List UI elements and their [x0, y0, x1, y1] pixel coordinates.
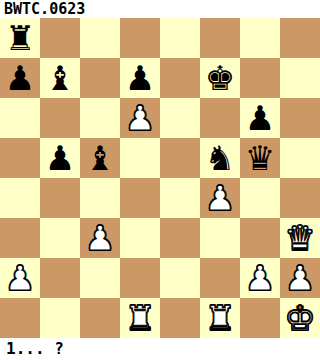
- square-b7[interactable]: ♝: [40, 58, 80, 98]
- square-a1[interactable]: [0, 298, 40, 338]
- piece-white-king: ♚: [285, 298, 315, 338]
- piece-white-pawn: ♟: [5, 258, 35, 298]
- piece-black-bishop: ♝: [85, 138, 115, 178]
- square-e7[interactable]: [160, 58, 200, 98]
- square-d4[interactable]: [120, 178, 160, 218]
- square-a6[interactable]: [0, 98, 40, 138]
- square-g1[interactable]: [240, 298, 280, 338]
- piece-white-pawn: ♟: [85, 218, 115, 258]
- square-d8[interactable]: [120, 18, 160, 58]
- square-f5[interactable]: ♞: [200, 138, 240, 178]
- square-h1[interactable]: ♚: [280, 298, 320, 338]
- square-g4[interactable]: [240, 178, 280, 218]
- square-c4[interactable]: [80, 178, 120, 218]
- square-d6[interactable]: ♟: [120, 98, 160, 138]
- square-g5[interactable]: ♛: [240, 138, 280, 178]
- square-b8[interactable]: [40, 18, 80, 58]
- piece-white-rook: ♜: [205, 298, 235, 338]
- square-f1[interactable]: ♜: [200, 298, 240, 338]
- square-c2[interactable]: [80, 258, 120, 298]
- square-a4[interactable]: [0, 178, 40, 218]
- square-c5[interactable]: ♝: [80, 138, 120, 178]
- square-h4[interactable]: [280, 178, 320, 218]
- square-b1[interactable]: [40, 298, 80, 338]
- chess-puzzle-window: BWTC.0623 ♜♟♝♟♚♟♟♟♝♞♛♟♟♛♟♟♟♜♜♚ 1... ?: [0, 0, 320, 360]
- square-d1[interactable]: ♜: [120, 298, 160, 338]
- piece-white-pawn: ♟: [125, 98, 155, 138]
- piece-black-pawn: ♟: [125, 58, 155, 98]
- square-c7[interactable]: [80, 58, 120, 98]
- square-e1[interactable]: [160, 298, 200, 338]
- square-b4[interactable]: [40, 178, 80, 218]
- square-g2[interactable]: ♟: [240, 258, 280, 298]
- square-g8[interactable]: [240, 18, 280, 58]
- square-e4[interactable]: [160, 178, 200, 218]
- piece-black-bishop: ♝: [45, 58, 75, 98]
- piece-black-knight: ♞: [205, 138, 235, 178]
- square-b2[interactable]: [40, 258, 80, 298]
- square-a5[interactable]: [0, 138, 40, 178]
- piece-white-pawn: ♟: [245, 258, 275, 298]
- piece-white-queen: ♛: [285, 218, 315, 258]
- piece-black-pawn: ♟: [45, 138, 75, 178]
- square-f2[interactable]: [200, 258, 240, 298]
- square-f8[interactable]: [200, 18, 240, 58]
- square-h8[interactable]: [280, 18, 320, 58]
- square-g7[interactable]: [240, 58, 280, 98]
- piece-black-pawn: ♟: [5, 58, 35, 98]
- square-e3[interactable]: [160, 218, 200, 258]
- square-a2[interactable]: ♟: [0, 258, 40, 298]
- square-d7[interactable]: ♟: [120, 58, 160, 98]
- piece-black-queen: ♛: [245, 138, 275, 178]
- square-h5[interactable]: [280, 138, 320, 178]
- square-c6[interactable]: [80, 98, 120, 138]
- square-f7[interactable]: ♚: [200, 58, 240, 98]
- square-h3[interactable]: ♛: [280, 218, 320, 258]
- square-b6[interactable]: [40, 98, 80, 138]
- piece-white-pawn: ♟: [205, 178, 235, 218]
- square-e8[interactable]: [160, 18, 200, 58]
- square-c3[interactable]: ♟: [80, 218, 120, 258]
- piece-white-rook: ♜: [125, 298, 155, 338]
- square-c8[interactable]: [80, 18, 120, 58]
- square-f3[interactable]: [200, 218, 240, 258]
- square-b5[interactable]: ♟: [40, 138, 80, 178]
- square-g6[interactable]: ♟: [240, 98, 280, 138]
- square-h2[interactable]: ♟: [280, 258, 320, 298]
- puzzle-title: BWTC.0623: [4, 0, 85, 18]
- square-f4[interactable]: ♟: [200, 178, 240, 218]
- square-g3[interactable]: [240, 218, 280, 258]
- square-a7[interactable]: ♟: [0, 58, 40, 98]
- square-d5[interactable]: [120, 138, 160, 178]
- square-e6[interactable]: [160, 98, 200, 138]
- piece-black-rook: ♜: [5, 18, 35, 58]
- square-a3[interactable]: [0, 218, 40, 258]
- square-f6[interactable]: [200, 98, 240, 138]
- titlebar: BWTC.0623: [0, 0, 320, 18]
- piece-black-king: ♚: [205, 58, 235, 98]
- square-c1[interactable]: [80, 298, 120, 338]
- square-h7[interactable]: [280, 58, 320, 98]
- square-a8[interactable]: ♜: [0, 18, 40, 58]
- square-e2[interactable]: [160, 258, 200, 298]
- statusbar: 1... ?: [0, 338, 320, 360]
- square-e5[interactable]: [160, 138, 200, 178]
- piece-black-pawn: ♟: [245, 98, 275, 138]
- move-prompt: 1... ?: [6, 338, 64, 360]
- chess-board: ♜♟♝♟♚♟♟♟♝♞♛♟♟♛♟♟♟♜♜♚: [0, 18, 320, 338]
- square-h6[interactable]: [280, 98, 320, 138]
- square-d3[interactable]: [120, 218, 160, 258]
- piece-white-pawn: ♟: [285, 258, 315, 298]
- square-b3[interactable]: [40, 218, 80, 258]
- square-d2[interactable]: [120, 258, 160, 298]
